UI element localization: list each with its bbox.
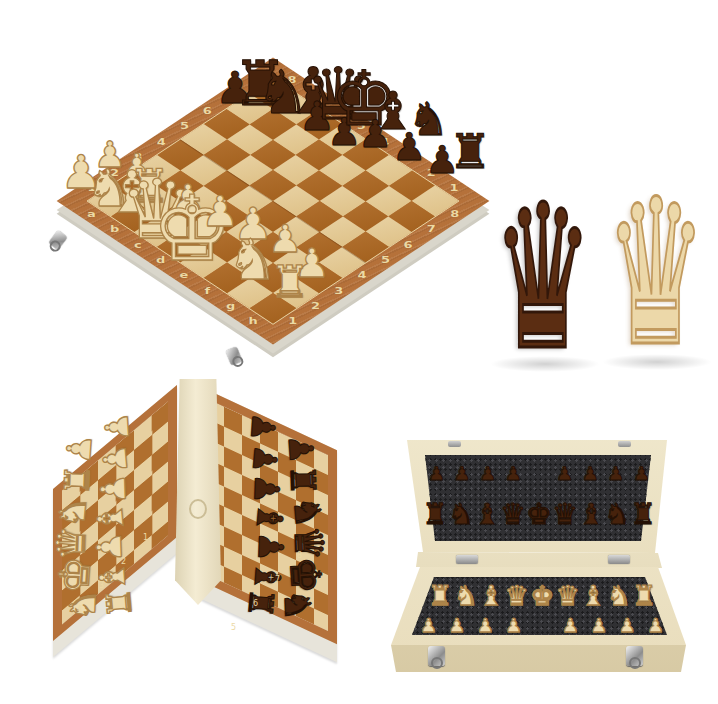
chess-piece-light-pawn: ♟ <box>98 443 132 474</box>
chess-piece-light-rook: ♜ <box>428 571 452 609</box>
chess-piece-light-pawn: ♟ <box>420 611 437 635</box>
chess-piece-light-pawn: ♟ <box>647 611 664 635</box>
case-hinge <box>608 555 630 564</box>
chess-piece-light-rook: ♜ <box>270 260 309 304</box>
coordinate-label: 2 <box>121 557 126 566</box>
coordinate-label: 7 <box>427 224 436 234</box>
lid-back-row: ♜♞♝♛♚♛♝♞♜ <box>422 487 656 529</box>
chess-piece-dark-pawn: ♟ <box>505 457 522 483</box>
chess-piece-dark-bishop: ♝ <box>250 501 288 535</box>
chess-piece-dark-pawn: ♟ <box>248 443 282 474</box>
coordinate-label: 5 <box>381 255 390 265</box>
folded-board-view: 12345678 ♟♟♟♜♟♞♝♛♟♚♝♞♜♟♟♟♜♟♞♝♛♟♚♝♞♜ <box>25 385 355 685</box>
chess-piece-dark-pawn: ♟ <box>633 457 650 483</box>
coordinate-label: 1 <box>288 316 297 326</box>
base-pawn-row: ♟♟♟♟♟♟♟♟ <box>420 611 664 635</box>
coordinate-label: 3 <box>99 581 104 590</box>
chess-piece-light-pawn: ♟ <box>590 611 607 635</box>
coordinate-label: 5 <box>180 122 189 132</box>
chess-piece-light-queen: ♛ <box>556 571 580 609</box>
lid-latch-keeper <box>618 441 631 447</box>
chess-piece-light-knight: ♞ <box>64 588 101 622</box>
large-dark-queen-piece: ♛ <box>493 178 593 378</box>
case-hinge <box>456 555 478 564</box>
chess-piece-dark-pawn: ♟ <box>582 457 599 483</box>
chess-piece-light-queen: ♛ <box>505 571 529 609</box>
chess-piece-dark-rook: ♜ <box>422 487 448 529</box>
folded-board-spine <box>175 379 221 605</box>
chess-piece-dark-knight: ♞ <box>604 487 630 529</box>
product-photo-stage: a888b777c666d555e444f333g222h111 ♟♜♞♝♟♛♟… <box>0 0 718 704</box>
chess-piece-dark-pawn: ♟ <box>428 457 445 483</box>
chess-piece-dark-queen: ♛ <box>500 487 526 529</box>
empty-foam-slot <box>531 457 548 483</box>
coordinate-label: 7 <box>275 575 280 584</box>
chess-piece-light-pawn: ♟ <box>505 611 522 635</box>
coordinate-label: 6 <box>253 599 258 608</box>
coordinate-label: 4 <box>358 270 367 280</box>
case-clasp <box>428 646 445 666</box>
board-clasp-left <box>48 230 67 250</box>
chess-piece-light-pawn: ♟ <box>448 611 465 635</box>
coordinate-label: 3 <box>334 285 343 295</box>
lid-latch-keeper <box>448 441 461 447</box>
chess-piece-dark-rook: ♜ <box>243 587 278 619</box>
chess-piece-dark-knight: ♞ <box>278 588 315 622</box>
chess-piece-dark-king: ♚ <box>526 487 552 529</box>
chess-piece-light-bishop: ♝ <box>92 501 130 535</box>
chess-piece-light-bishop: ♝ <box>581 571 605 609</box>
coordinate-label: f <box>204 285 210 295</box>
coordinate-label: 8 <box>450 209 459 219</box>
coordinate-label: h <box>249 316 258 326</box>
chess-piece-dark-knight: ♞ <box>448 487 474 529</box>
chess-piece-light-rook: ♜ <box>101 587 136 619</box>
coordinate-label: 1 <box>143 533 148 542</box>
chess-piece-light-rook: ♜ <box>632 571 656 609</box>
open-board-view: a888b777c666d555e444f333g222h111 ♟♜♞♝♟♛♟… <box>30 10 500 380</box>
chess-piece-dark-rook: ♜ <box>630 487 656 529</box>
coordinate-label: 6 <box>203 106 212 116</box>
coordinate-label: 1 <box>450 183 459 193</box>
chess-piece-light-bishop: ♝ <box>479 571 503 609</box>
chess-piece-light-pawn: ♟ <box>619 611 636 635</box>
board-clasp-front <box>225 346 242 365</box>
coordinate-label: 4 <box>157 137 166 147</box>
chess-piece-light-pawn: ♟ <box>477 611 494 635</box>
chess-piece-dark-pawn: ♟ <box>454 457 471 483</box>
chess-piece-dark-bishop: ♝ <box>474 487 500 529</box>
coordinate-label: 2 <box>311 301 320 311</box>
chess-piece-dark-pawn: ♟ <box>284 433 319 465</box>
case-clasp <box>626 646 643 666</box>
chess-piece-light-pawn: ♟ <box>100 412 134 443</box>
chess-piece-dark-pawn: ♟ <box>556 457 573 483</box>
chess-piece-light-knight: ♞ <box>454 571 478 609</box>
coordinate-label: 5 <box>231 623 236 632</box>
chess-piece-light-pawn: ♟ <box>562 611 579 635</box>
coordinate-label: 6 <box>404 239 413 249</box>
chess-piece-dark-pawn: ♟ <box>607 457 624 483</box>
coordinate-label: 8 <box>297 551 302 560</box>
coordinate-label: 4 <box>77 605 82 614</box>
large-light-queen-piece: ♛ <box>605 172 706 374</box>
chess-piece-dark-queen: ♛ <box>552 487 578 529</box>
chess-piece-dark-rook: ♜ <box>285 464 320 496</box>
chess-piece-light-pawn: ♟ <box>62 433 97 465</box>
storage-case-view: ♟♟♟♟♟♟♟♟♜♞♝♛♚♛♝♞♜♜♞♝♛♚♛♝♞♜♟♟♟♟♟♟♟♟ <box>370 415 715 695</box>
chess-piece-light-knight: ♞ <box>607 571 631 609</box>
chess-piece-dark-pawn: ♟ <box>479 457 496 483</box>
chess-piece-dark-knight: ♞ <box>407 96 448 142</box>
chess-piece-dark-pawn: ♟ <box>246 412 280 443</box>
empty-foam-slot <box>534 611 551 635</box>
chess-piece-light-rook: ♜ <box>59 464 94 496</box>
coordinate-label: g <box>226 301 235 311</box>
large-pieces-view: ♛ ♛ <box>480 160 710 390</box>
chess-piece-light-king: ♚ <box>530 571 554 609</box>
base-back-row: ♜♞♝♛♚♛♝♞♜ <box>428 571 656 609</box>
lid-pawn-row: ♟♟♟♟♟♟♟♟ <box>428 457 650 483</box>
chess-piece-dark-bishop: ♝ <box>578 487 604 529</box>
